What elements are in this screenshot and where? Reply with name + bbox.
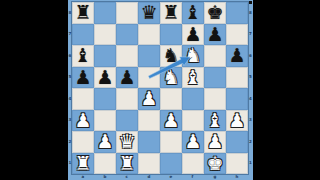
black-rook-a8: ♜ xyxy=(74,3,91,22)
rank-label-right-8: 8 xyxy=(249,11,252,15)
black-knight-e6: ♞ xyxy=(162,46,179,65)
black-pawn-c5: ♟ xyxy=(118,67,135,86)
rank-label-left-2: 2 xyxy=(69,140,72,144)
file-label-e: e xyxy=(170,175,173,179)
square-b3[interactable] xyxy=(94,110,116,132)
black-pawn-a5: ♟ xyxy=(74,67,91,86)
white-queen-c2: ♛ xyxy=(118,132,135,151)
square-e1[interactable] xyxy=(160,153,182,175)
corner-dot xyxy=(249,1,252,4)
chess-board: ♜♛♜♝♚♟♟♝♞♞♟♟♟♟♞♝♟♟♟♝♟♟♛♟♟♜♜♚ 88776655443… xyxy=(68,0,253,180)
white-pawn-e3: ♟ xyxy=(162,110,179,129)
square-f5[interactable]: ♝ xyxy=(182,67,204,89)
square-a5[interactable]: ♟ xyxy=(72,67,94,89)
square-e4[interactable] xyxy=(160,88,182,110)
square-g7[interactable]: ♟ xyxy=(204,24,226,46)
square-g2[interactable]: ♟ xyxy=(204,131,226,153)
rank-label-left-8: 8 xyxy=(69,11,72,15)
black-pawn-b5: ♟ xyxy=(96,67,113,86)
square-h8[interactable] xyxy=(226,2,248,24)
square-c7[interactable] xyxy=(116,24,138,46)
file-label-d: d xyxy=(148,175,151,179)
square-c1[interactable]: ♜ xyxy=(116,153,138,175)
square-g4[interactable] xyxy=(204,88,226,110)
square-f6[interactable]: ♞ xyxy=(182,45,204,67)
black-bishop-a6: ♝ xyxy=(74,46,91,65)
square-c5[interactable]: ♟ xyxy=(116,67,138,89)
white-pawn-d4: ♟ xyxy=(140,89,157,108)
file-label-b: b xyxy=(104,175,107,179)
rank-label-right-3: 3 xyxy=(249,118,252,122)
rank-label-right-4: 4 xyxy=(249,97,252,101)
black-pawn-g7: ♟ xyxy=(206,24,223,43)
square-c3[interactable] xyxy=(116,110,138,132)
rank-label-left-7: 7 xyxy=(69,32,72,36)
file-label-g: g xyxy=(214,175,217,179)
square-h1[interactable] xyxy=(226,153,248,175)
square-d8[interactable]: ♛ xyxy=(138,2,160,24)
rank-label-left-1: 1 xyxy=(69,161,72,165)
square-h4[interactable] xyxy=(226,88,248,110)
square-d5[interactable] xyxy=(138,67,160,89)
square-f2[interactable]: ♟ xyxy=(182,131,204,153)
square-h5[interactable] xyxy=(226,67,248,89)
file-label-f: f xyxy=(192,175,194,179)
square-c8[interactable] xyxy=(116,2,138,24)
rank-label-right-7: 7 xyxy=(249,32,252,36)
white-rook-c1: ♜ xyxy=(118,153,135,172)
board-grid: ♜♛♜♝♚♟♟♝♞♞♟♟♟♟♞♝♟♟♟♝♟♟♛♟♟♜♜♚ xyxy=(72,2,248,174)
square-d2[interactable] xyxy=(138,131,160,153)
square-g1[interactable]: ♚ xyxy=(204,153,226,175)
white-knight-e5: ♞ xyxy=(162,67,179,86)
video-frame: ♜♛♜♝♚♟♟♝♞♞♟♟♟♟♞♝♟♟♟♝♟♟♛♟♟♜♜♚ 88776655443… xyxy=(0,0,320,180)
square-c4[interactable] xyxy=(116,88,138,110)
file-label-h: h xyxy=(236,175,239,179)
square-e2[interactable] xyxy=(160,131,182,153)
square-a3[interactable]: ♟ xyxy=(72,110,94,132)
rank-label-left-4: 4 xyxy=(69,97,72,101)
rank-label-left-3: 3 xyxy=(69,118,72,122)
square-e6[interactable]: ♞ xyxy=(160,45,182,67)
square-f8[interactable]: ♝ xyxy=(182,2,204,24)
white-pawn-a3: ♟ xyxy=(74,110,91,129)
square-d3[interactable] xyxy=(138,110,160,132)
white-pawn-b2: ♟ xyxy=(96,132,113,151)
file-label-a: a xyxy=(82,175,85,179)
white-pawn-f2: ♟ xyxy=(184,132,201,151)
square-d1[interactable] xyxy=(138,153,160,175)
square-a6[interactable]: ♝ xyxy=(72,45,94,67)
white-king-g1: ♚ xyxy=(206,153,223,172)
white-bishop-f5: ♝ xyxy=(184,67,201,86)
square-e8[interactable]: ♜ xyxy=(160,2,182,24)
white-rook-a1: ♜ xyxy=(74,153,91,172)
square-g3[interactable]: ♝ xyxy=(204,110,226,132)
white-bishop-g3: ♝ xyxy=(206,110,223,129)
rank-label-right-6: 6 xyxy=(249,54,252,58)
square-a7[interactable] xyxy=(72,24,94,46)
square-h7[interactable] xyxy=(226,24,248,46)
white-pawn-g2: ♟ xyxy=(206,132,223,151)
square-a1[interactable]: ♜ xyxy=(72,153,94,175)
square-d6[interactable] xyxy=(138,45,160,67)
black-pawn-f7: ♟ xyxy=(184,24,201,43)
square-g6[interactable] xyxy=(204,45,226,67)
rank-label-right-1: 1 xyxy=(249,161,252,165)
square-a4[interactable] xyxy=(72,88,94,110)
square-e3[interactable]: ♟ xyxy=(160,110,182,132)
rank-label-left-6: 6 xyxy=(69,54,72,58)
square-b4[interactable] xyxy=(94,88,116,110)
white-knight-f6: ♞ xyxy=(184,46,201,65)
square-f3[interactable] xyxy=(182,110,204,132)
square-g8[interactable]: ♚ xyxy=(204,2,226,24)
black-queen-d8: ♛ xyxy=(140,3,157,22)
square-f7[interactable]: ♟ xyxy=(182,24,204,46)
black-bishop-f8: ♝ xyxy=(184,3,201,22)
rank-label-left-5: 5 xyxy=(69,75,72,79)
square-f4[interactable] xyxy=(182,88,204,110)
square-a8[interactable]: ♜ xyxy=(72,2,94,24)
square-g5[interactable] xyxy=(204,67,226,89)
file-label-c: c xyxy=(126,175,128,179)
square-d4[interactable]: ♟ xyxy=(138,88,160,110)
square-b7[interactable] xyxy=(94,24,116,46)
square-b2[interactable]: ♟ xyxy=(94,131,116,153)
black-rook-e8: ♜ xyxy=(162,3,179,22)
square-b1[interactable] xyxy=(94,153,116,175)
square-b8[interactable] xyxy=(94,2,116,24)
square-b6[interactable] xyxy=(94,45,116,67)
square-c2[interactable]: ♛ xyxy=(116,131,138,153)
square-h3[interactable]: ♟ xyxy=(226,110,248,132)
square-e7[interactable] xyxy=(160,24,182,46)
white-pawn-h3: ♟ xyxy=(228,110,245,129)
square-f1[interactable] xyxy=(182,153,204,175)
rank-label-right-2: 2 xyxy=(249,140,252,144)
square-h6[interactable]: ♟ xyxy=(226,45,248,67)
black-king-g8: ♚ xyxy=(206,3,223,22)
square-e5[interactable]: ♞ xyxy=(160,67,182,89)
black-pawn-h6: ♟ xyxy=(228,46,245,65)
square-h2[interactable] xyxy=(226,131,248,153)
square-c6[interactable] xyxy=(116,45,138,67)
square-b5[interactable]: ♟ xyxy=(94,67,116,89)
square-a2[interactable] xyxy=(72,131,94,153)
rank-label-right-5: 5 xyxy=(249,75,252,79)
square-d7[interactable] xyxy=(138,24,160,46)
